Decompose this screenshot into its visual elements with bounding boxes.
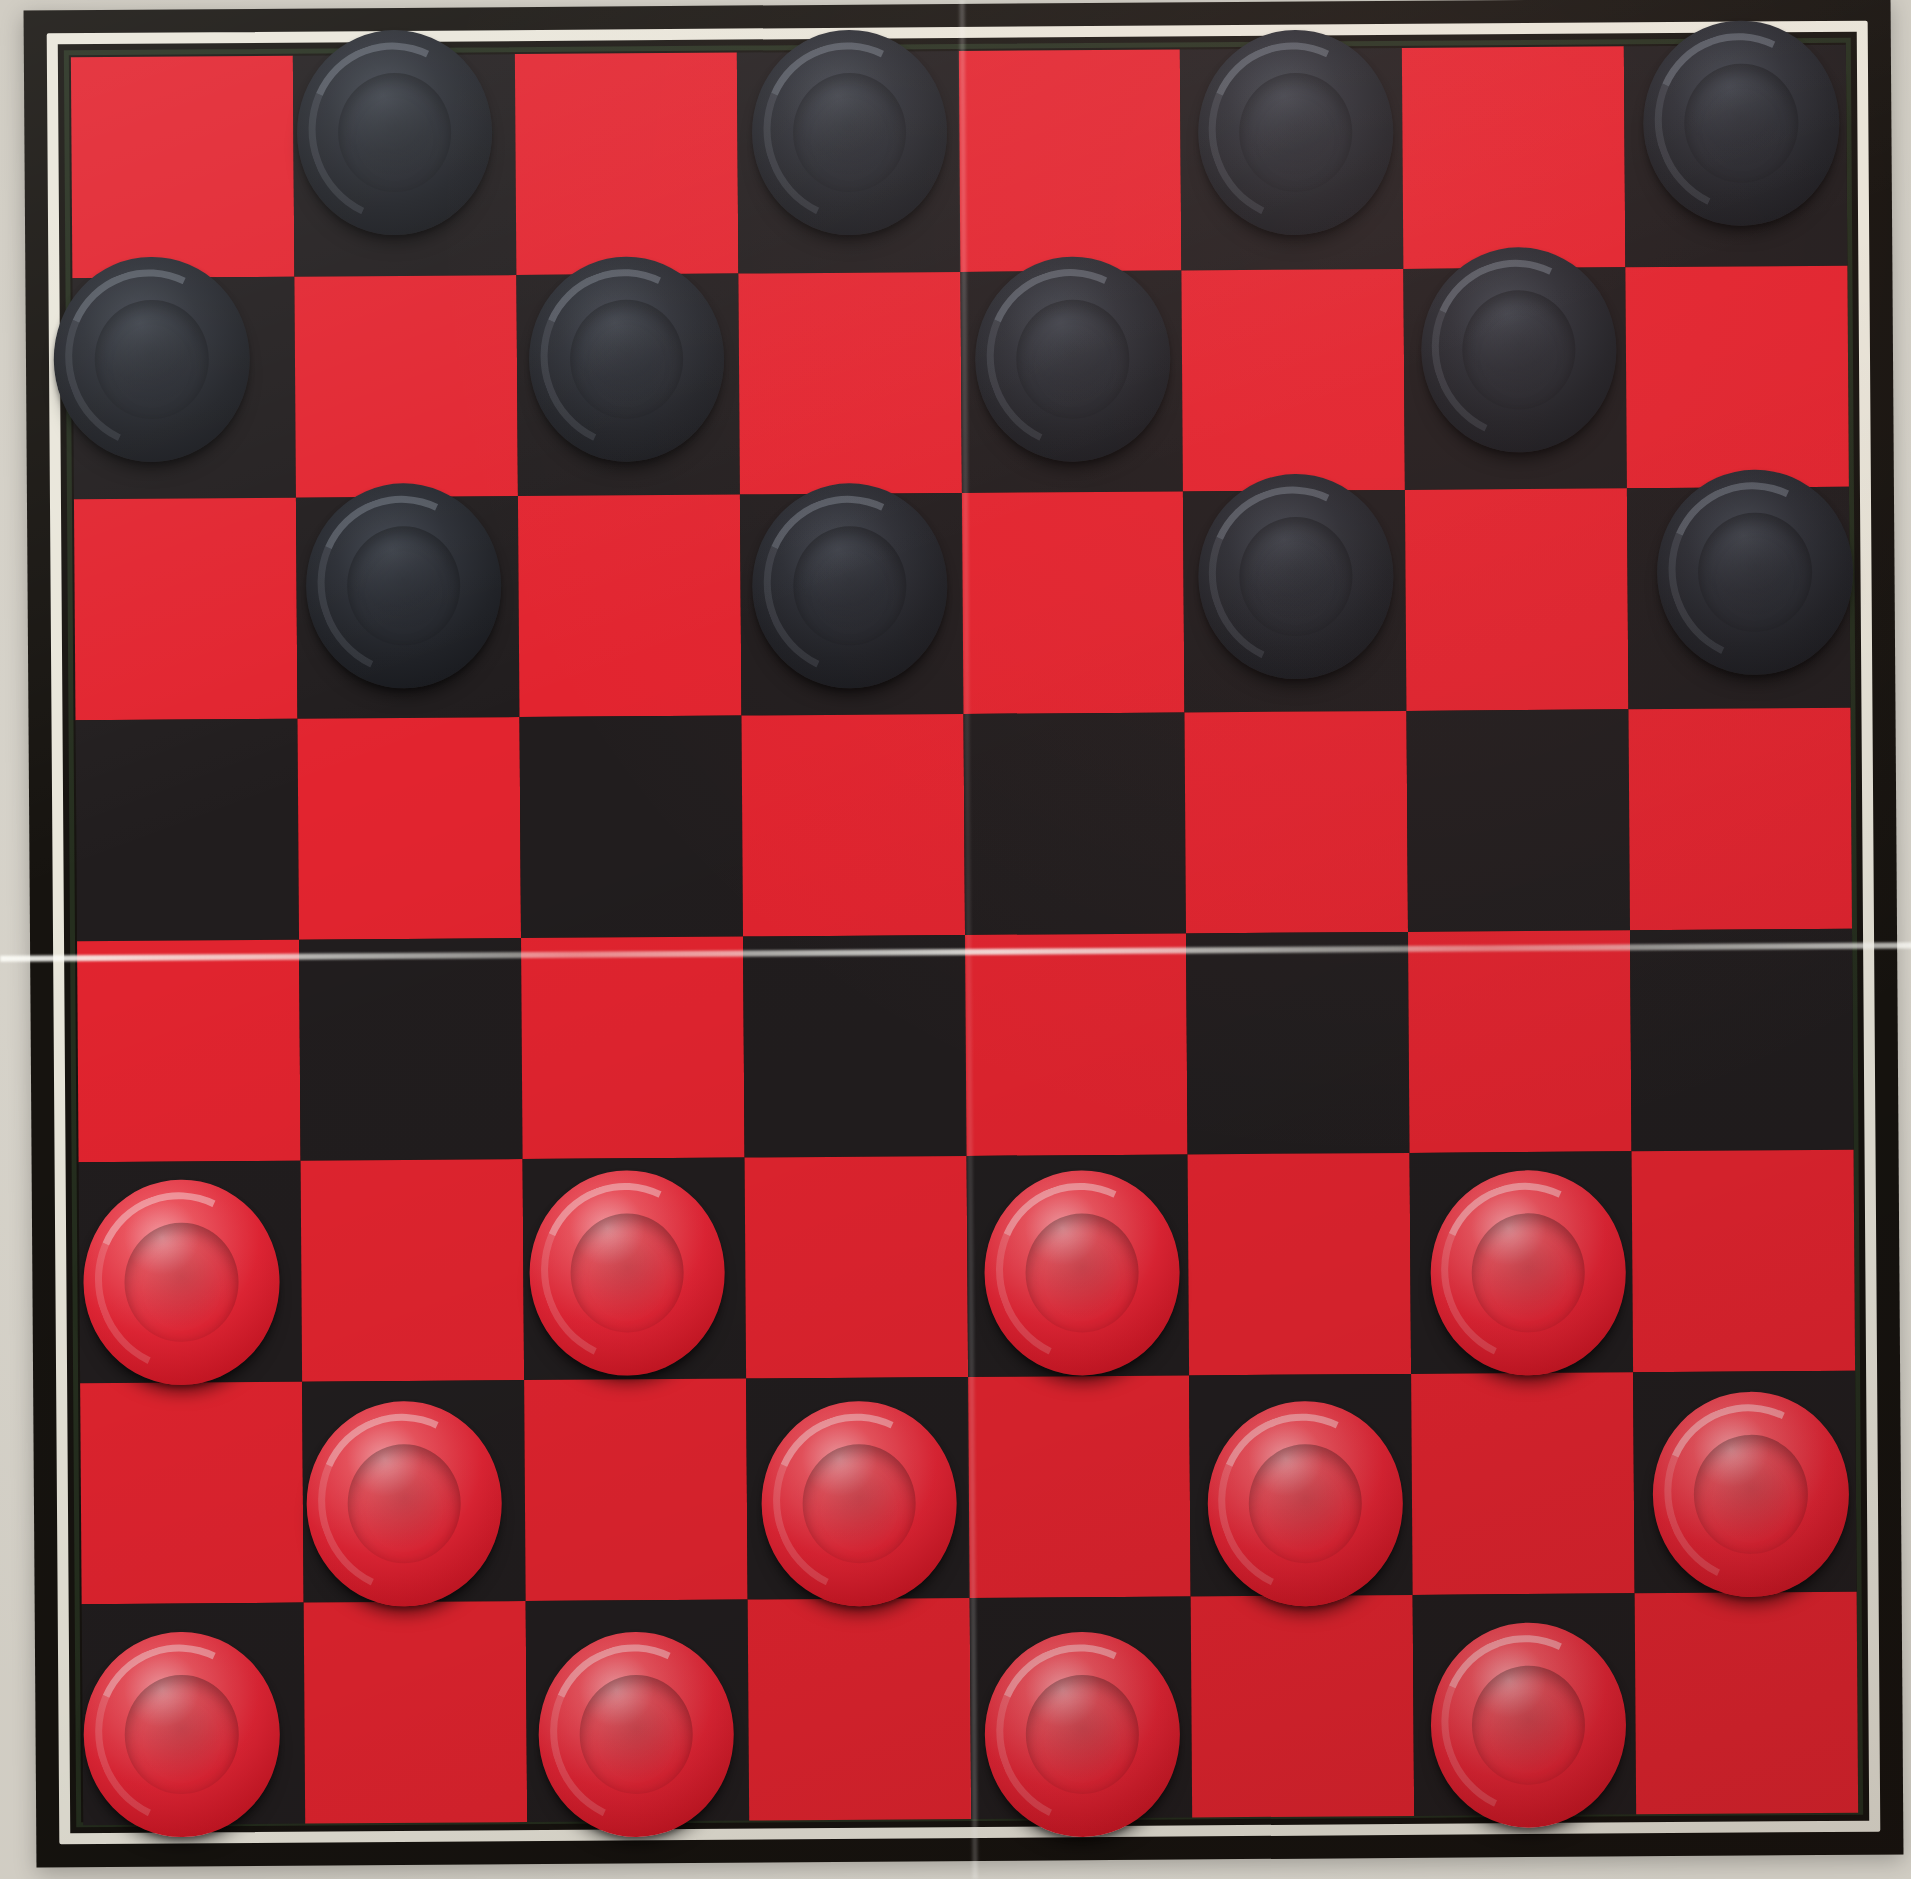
square-r7c3 <box>524 1379 747 1602</box>
black-piece[interactable] <box>528 256 725 463</box>
square-r5c4[interactable] <box>743 935 966 1158</box>
square-r6c2 <box>300 1159 523 1382</box>
square-r7c7 <box>1411 1372 1634 1595</box>
red-piece[interactable] <box>984 1169 1181 1376</box>
square-r8c3[interactable] <box>525 1600 748 1823</box>
square-r8c6 <box>1191 1595 1414 1818</box>
square-r1c2[interactable] <box>293 54 516 277</box>
square-r2c4 <box>738 272 961 495</box>
square-r2c7[interactable] <box>1404 267 1627 490</box>
square-r2c2 <box>294 275 517 498</box>
square-r4c8 <box>1629 708 1852 931</box>
square-r7c4[interactable] <box>746 1377 969 1600</box>
black-piece[interactable] <box>1420 246 1617 453</box>
square-r8c4 <box>747 1598 970 1821</box>
red-piece[interactable] <box>83 1631 280 1838</box>
red-piece[interactable] <box>1430 1622 1627 1829</box>
square-r7c5 <box>968 1375 1191 1598</box>
square-r8c2 <box>304 1601 527 1824</box>
square-r1c6[interactable] <box>1180 48 1403 271</box>
square-r7c6[interactable] <box>1189 1374 1412 1597</box>
square-r5c3 <box>521 937 744 1160</box>
square-r2c3[interactable] <box>516 274 739 497</box>
square-r6c3[interactable] <box>522 1158 745 1381</box>
black-piece[interactable] <box>1197 473 1394 680</box>
square-r5c5 <box>965 933 1188 1156</box>
black-piece[interactable] <box>1657 469 1854 676</box>
red-piece[interactable] <box>306 1400 503 1607</box>
square-r6c4 <box>744 1156 967 1379</box>
square-r3c5 <box>961 491 1184 714</box>
red-piece[interactable] <box>1430 1169 1627 1376</box>
black-piece[interactable] <box>1197 29 1394 236</box>
board-frame <box>24 0 1904 1867</box>
square-r4c3[interactable] <box>519 716 742 939</box>
square-r4c2 <box>297 717 520 940</box>
red-piece[interactable] <box>538 1631 735 1838</box>
square-r1c3 <box>515 53 738 276</box>
square-r7c8[interactable] <box>1633 1371 1856 1594</box>
square-r2c5[interactable] <box>960 270 1183 493</box>
square-r4c4 <box>741 714 964 937</box>
square-r8c8 <box>1635 1592 1858 1815</box>
black-piece[interactable] <box>53 256 250 463</box>
table-background: { "game": "checkers (english draughts)",… <box>0 0 1911 1879</box>
square-r6c7[interactable] <box>1410 1151 1633 1374</box>
square-r6c1[interactable] <box>79 1161 302 1384</box>
square-r5c8[interactable] <box>1630 929 1853 1152</box>
square-r1c5 <box>958 49 1181 272</box>
square-r4c5[interactable] <box>963 712 1186 935</box>
square-r5c6[interactable] <box>1186 932 1409 1155</box>
square-r1c7 <box>1402 46 1625 269</box>
black-piece[interactable] <box>751 29 948 236</box>
square-r1c8[interactable] <box>1624 45 1847 268</box>
square-r3c7 <box>1405 488 1628 711</box>
red-piece[interactable] <box>1207 1400 1404 1607</box>
square-r3c3 <box>518 495 741 718</box>
square-r5c1 <box>77 940 300 1163</box>
square-r3c2[interactable] <box>296 496 519 719</box>
black-piece[interactable] <box>1643 20 1840 227</box>
square-r3c4[interactable] <box>740 493 963 716</box>
square-r2c1[interactable] <box>72 277 295 500</box>
red-piece[interactable] <box>83 1179 280 1386</box>
square-r7c1 <box>80 1382 303 1605</box>
square-r2c8 <box>1625 266 1848 489</box>
square-r4c6 <box>1185 711 1408 934</box>
red-piece[interactable] <box>761 1400 958 1607</box>
square-r6c8 <box>1632 1150 1855 1373</box>
square-r1c1 <box>71 56 294 279</box>
square-r5c7 <box>1408 930 1631 1153</box>
red-piece[interactable] <box>1653 1391 1850 1598</box>
square-r4c7[interactable] <box>1407 709 1630 932</box>
square-r3c6[interactable] <box>1183 490 1406 713</box>
square-r7c2[interactable] <box>302 1380 525 1603</box>
square-r4c1[interactable] <box>75 719 298 942</box>
red-piece[interactable] <box>984 1631 1181 1838</box>
black-piece[interactable] <box>297 29 494 236</box>
square-r6c6 <box>1188 1153 1411 1376</box>
red-piece[interactable] <box>529 1169 726 1376</box>
black-piece[interactable] <box>752 482 949 689</box>
black-piece[interactable] <box>974 256 1171 463</box>
square-r8c7[interactable] <box>1413 1593 1636 1816</box>
black-piece[interactable] <box>306 482 503 689</box>
square-r3c1 <box>74 498 297 721</box>
square-r2c6 <box>1182 269 1405 492</box>
square-r6c5[interactable] <box>966 1154 1189 1377</box>
square-r1c4[interactable] <box>736 51 959 274</box>
square-r8c5[interactable] <box>969 1596 1192 1819</box>
square-r5c2[interactable] <box>299 938 522 1161</box>
square-r3c8[interactable] <box>1627 487 1850 710</box>
square-r8c1[interactable] <box>82 1603 305 1826</box>
checkers-board <box>71 45 1858 1825</box>
